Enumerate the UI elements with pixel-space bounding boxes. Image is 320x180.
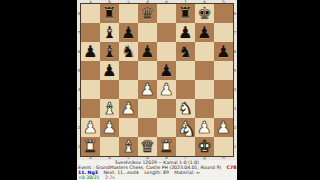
square-g4[interactable] xyxy=(195,80,214,99)
square-f6[interactable]: ♞ xyxy=(176,42,195,61)
square-h3[interactable] xyxy=(214,99,233,118)
black-piece-p: ♟ xyxy=(159,61,174,80)
square-g2[interactable]: ♟ xyxy=(195,118,214,137)
square-e7[interactable] xyxy=(157,23,176,42)
square-a4[interactable] xyxy=(81,80,100,99)
white-piece-p: ♟ xyxy=(216,118,231,137)
white-piece-p: ♟ xyxy=(102,118,117,137)
square-c5[interactable] xyxy=(119,61,138,80)
engine-line: +0.38/21 2.7s xyxy=(78,175,236,180)
rank-label: 5 xyxy=(233,61,237,80)
white-piece-b: ♝ xyxy=(121,137,136,156)
rank-label: 6 xyxy=(233,42,237,61)
square-g5[interactable] xyxy=(195,61,214,80)
square-b7[interactable]: ♝ xyxy=(100,23,119,42)
black-piece-q: ♛ xyxy=(140,4,155,23)
black-piece-p: ♟ xyxy=(83,42,98,61)
white-piece-p: ♟ xyxy=(121,99,136,118)
square-g6[interactable] xyxy=(195,42,214,61)
black-piece-b: ♝ xyxy=(102,42,117,61)
square-a8[interactable] xyxy=(81,4,100,23)
square-b8[interactable]: ♜ xyxy=(100,4,119,23)
square-d1[interactable]: ♛ xyxy=(138,137,157,156)
white-piece-p: ♟ xyxy=(178,118,193,137)
file-label: h xyxy=(214,156,233,160)
square-b6[interactable]: ♝ xyxy=(100,42,119,61)
square-e2[interactable] xyxy=(157,118,176,137)
square-d3[interactable] xyxy=(138,99,157,118)
rank-label: 3 xyxy=(233,99,237,118)
white-piece-q: ♛ xyxy=(140,137,155,156)
square-a1[interactable]: ♜ xyxy=(81,137,100,156)
square-d5[interactable] xyxy=(138,61,157,80)
square-g8[interactable]: ♚ xyxy=(195,4,214,23)
black-piece-p: ♟ xyxy=(102,61,117,80)
square-e3[interactable] xyxy=(157,99,176,118)
material-balance: Material: = xyxy=(174,170,200,175)
square-c1[interactable]: ♝ xyxy=(119,137,138,156)
game-length: Length: 89 xyxy=(144,170,169,175)
rank-label: 8 xyxy=(233,4,237,23)
black-piece-r: ♜ xyxy=(102,4,117,23)
white-piece-p: ♟ xyxy=(140,80,155,99)
square-a7[interactable] xyxy=(81,23,100,42)
square-g3[interactable] xyxy=(195,99,214,118)
black-piece-n: ♞ xyxy=(178,42,193,61)
square-b5[interactable]: ♟ xyxy=(100,61,119,80)
square-a6[interactable]: ♟ xyxy=(81,42,100,61)
square-d4[interactable]: ♟ xyxy=(138,80,157,99)
black-piece-p: ♟ xyxy=(197,23,212,42)
black-piece-p: ♟ xyxy=(121,23,136,42)
square-f8[interactable]: ♜ xyxy=(176,4,195,23)
square-a5[interactable] xyxy=(81,61,100,80)
square-c6[interactable]: ♞ xyxy=(119,42,138,61)
eco-code: C78 xyxy=(227,165,237,170)
square-g7[interactable]: ♟ xyxy=(195,23,214,42)
black-piece-p: ♟ xyxy=(178,23,193,42)
square-f2[interactable]: ♟ xyxy=(176,118,195,137)
rank-label: 7 xyxy=(233,23,237,42)
square-d6[interactable]: ♟ xyxy=(138,42,157,61)
square-f5[interactable] xyxy=(176,61,195,80)
square-h4[interactable] xyxy=(214,80,233,99)
square-c7[interactable]: ♟ xyxy=(119,23,138,42)
square-h5[interactable] xyxy=(214,61,233,80)
square-e1[interactable]: ♜ xyxy=(157,137,176,156)
square-d8[interactable]: ♛ xyxy=(138,4,157,23)
black-piece-n: ♞ xyxy=(121,42,136,61)
square-g1[interactable]: ♚ xyxy=(195,137,214,156)
square-c4[interactable] xyxy=(119,80,138,99)
chess-panel: abcdefgh 87654321 ♜♛♜♚♝♟♟♟♟♝♞♟♞♟♟♟♟♟♝♟♞♟… xyxy=(77,0,237,180)
game-info-panel: Sveshnikov 12029 -- Kamal 1-0 (1:0) Even… xyxy=(77,160,237,180)
square-e6[interactable] xyxy=(157,42,176,61)
white-piece-r: ♜ xyxy=(159,137,174,156)
square-c3[interactable]: ♟ xyxy=(119,99,138,118)
white-piece-b: ♝ xyxy=(102,99,117,118)
square-b2[interactable]: ♟ xyxy=(100,118,119,137)
square-h2[interactable]: ♟ xyxy=(214,118,233,137)
square-a3[interactable] xyxy=(81,99,100,118)
file-label: a xyxy=(81,156,100,160)
black-piece-k: ♚ xyxy=(197,4,212,23)
square-c2[interactable] xyxy=(119,118,138,137)
square-h6[interactable]: ♟ xyxy=(214,42,233,61)
square-b4[interactable] xyxy=(100,80,119,99)
square-e8[interactable] xyxy=(157,4,176,23)
square-f4[interactable] xyxy=(176,80,195,99)
square-f1[interactable] xyxy=(176,137,195,156)
white-piece-p: ♟ xyxy=(159,80,174,99)
rank-label: 2 xyxy=(233,118,237,137)
black-piece-p: ♟ xyxy=(216,42,231,61)
white-piece-r: ♜ xyxy=(83,137,98,156)
rank-label: 4 xyxy=(233,80,237,99)
white-piece-n: ♞ xyxy=(178,99,193,118)
square-c8[interactable] xyxy=(119,4,138,23)
engine-time: 2.7s xyxy=(105,175,115,180)
square-a2[interactable]: ♟ xyxy=(81,118,100,137)
square-e5[interactable]: ♟ xyxy=(157,61,176,80)
square-f7[interactable]: ♟ xyxy=(176,23,195,42)
square-h7[interactable] xyxy=(214,23,233,42)
rank-labels-right: 87654321 xyxy=(233,4,237,156)
square-d2[interactable] xyxy=(138,118,157,137)
square-b1[interactable] xyxy=(100,137,119,156)
square-h1[interactable] xyxy=(214,137,233,156)
square-b3[interactable]: ♝ xyxy=(100,99,119,118)
square-h8[interactable] xyxy=(214,4,233,23)
square-e4[interactable]: ♟ xyxy=(157,80,176,99)
white-piece-p: ♟ xyxy=(197,118,212,137)
black-piece-r: ♜ xyxy=(178,4,193,23)
white-piece-p: ♟ xyxy=(83,118,98,137)
square-d7[interactable] xyxy=(138,23,157,42)
white-piece-k: ♚ xyxy=(197,137,212,156)
rank-label: 1 xyxy=(233,137,237,156)
engine-eval: +0.38/21 xyxy=(78,175,99,180)
chess-board[interactable]: ♜♛♜♚♝♟♟♟♟♝♞♟♞♟♟♟♟♟♝♟♞♟♟♟♟♟♜♝♛♜♚♞ xyxy=(81,4,233,156)
black-piece-p: ♟ xyxy=(140,42,155,61)
square-f3[interactable]: ♞ xyxy=(176,99,195,118)
black-piece-b: ♝ xyxy=(102,23,117,42)
video-frame: abcdefgh 87654321 ♜♛♜♚♝♟♟♟♟♝♞♟♞♟♟♟♟♟♝♟♞♟… xyxy=(0,0,320,180)
